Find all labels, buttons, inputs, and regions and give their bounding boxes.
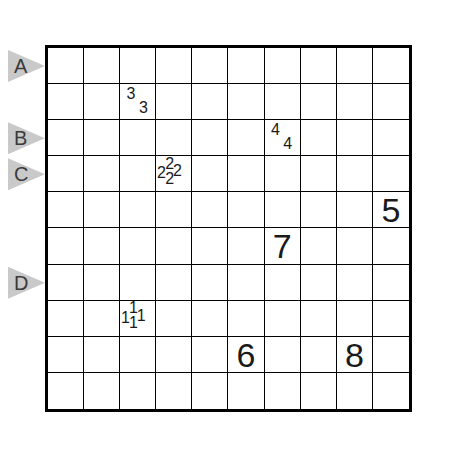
cell-r4c3[interactable] (120, 156, 156, 192)
cell-r8c1[interactable] (48, 301, 84, 337)
cell-r3c9[interactable] (337, 120, 373, 156)
clue-digit-small: 3 (139, 100, 148, 116)
cell-r5c3[interactable] (120, 192, 156, 228)
cell-r1c6[interactable] (228, 48, 264, 84)
cell-r9c1[interactable] (48, 337, 84, 373)
cell-r7c2[interactable] (84, 265, 120, 301)
cell-r5c10[interactable]: 5 (373, 192, 409, 228)
cell-r3c7[interactable]: 44 (265, 120, 301, 156)
cell-r8c10[interactable] (373, 301, 409, 337)
cell-r1c3[interactable] (120, 48, 156, 84)
cell-r2c3[interactable]: 33 (120, 84, 156, 120)
cell-r1c8[interactable] (301, 48, 337, 84)
clue-digit-small: 4 (271, 122, 280, 138)
cell-r9c2[interactable] (84, 337, 120, 373)
cell-r1c2[interactable] (84, 48, 120, 84)
cell-r6c1[interactable] (48, 228, 84, 264)
cell-r8c2[interactable] (84, 301, 120, 337)
row-marker-label: B (14, 128, 27, 148)
cell-r2c6[interactable] (228, 84, 264, 120)
cell-r6c4[interactable] (156, 228, 192, 264)
cell-r4c2[interactable] (84, 156, 120, 192)
cell-r3c10[interactable] (373, 120, 409, 156)
cell-r7c7[interactable] (265, 265, 301, 301)
row-marker-label: A (14, 56, 27, 76)
cell-r10c9[interactable] (337, 373, 373, 409)
cell-r10c1[interactable] (48, 373, 84, 409)
cell-r7c5[interactable] (192, 265, 228, 301)
cell-r8c7[interactable] (265, 301, 301, 337)
cell-r7c8[interactable] (301, 265, 337, 301)
cell-r8c5[interactable] (192, 301, 228, 337)
cell-r6c6[interactable] (228, 228, 264, 264)
cell-r8c6[interactable] (228, 301, 264, 337)
cell-r7c3[interactable] (120, 265, 156, 301)
cell-r9c3[interactable] (120, 337, 156, 373)
cell-r2c10[interactable] (373, 84, 409, 120)
cell-r2c7[interactable] (265, 84, 301, 120)
cell-r8c3[interactable]: 1111 (120, 301, 156, 337)
cell-r3c8[interactable] (301, 120, 337, 156)
cell-r6c10[interactable] (373, 228, 409, 264)
clue-digit-small: 1 (129, 315, 138, 331)
row-marker-d-arrow-icon: D (8, 267, 45, 299)
cell-r9c4[interactable] (156, 337, 192, 373)
cell-r6c2[interactable] (84, 228, 120, 264)
cell-r4c6[interactable] (228, 156, 264, 192)
puzzle-page: 3344222257111168 ABCD (0, 0, 455, 459)
cell-r10c5[interactable] (192, 373, 228, 409)
cell-r5c4[interactable] (156, 192, 192, 228)
cell-r1c1[interactable] (48, 48, 84, 84)
cell-r2c1[interactable] (48, 84, 84, 120)
cell-r9c9[interactable]: 8 (337, 337, 373, 373)
cell-r10c4[interactable] (156, 373, 192, 409)
cell-r6c9[interactable] (337, 228, 373, 264)
row-marker-label: C (14, 164, 28, 184)
clue-digit-small: 4 (283, 136, 292, 152)
cell-r9c5[interactable] (192, 337, 228, 373)
cell-r10c6[interactable] (228, 373, 264, 409)
cell-r4c1[interactable] (48, 156, 84, 192)
cell-r4c8[interactable] (301, 156, 337, 192)
cell-r1c4[interactable] (156, 48, 192, 84)
cell-r1c7[interactable] (265, 48, 301, 84)
clue-digit-small: 2 (173, 163, 182, 179)
cell-r6c3[interactable] (120, 228, 156, 264)
puzzle-grid: 3344222257111168 (45, 45, 412, 412)
cell-r6c8[interactable] (301, 228, 337, 264)
cell-r7c10[interactable] (373, 265, 409, 301)
cell-r6c5[interactable] (192, 228, 228, 264)
cell-r1c5[interactable] (192, 48, 228, 84)
cell-r4c5[interactable] (192, 156, 228, 192)
clue-digit-large: 7 (273, 229, 292, 263)
cell-r9c7[interactable] (265, 337, 301, 373)
cell-r7c6[interactable] (228, 265, 264, 301)
cell-r5c6[interactable] (228, 192, 264, 228)
row-marker-label: D (14, 273, 28, 293)
cell-r8c4[interactable] (156, 301, 192, 337)
clue-digit-small: 1 (137, 308, 146, 324)
clue-digit-large: 6 (237, 338, 256, 372)
cell-r10c8[interactable] (301, 373, 337, 409)
cell-r6c7[interactable]: 7 (265, 228, 301, 264)
row-marker-a-arrow-icon: A (8, 50, 45, 82)
cell-r4c9[interactable] (337, 156, 373, 192)
clue-digit-small: 3 (127, 86, 136, 102)
cell-r3c4[interactable] (156, 120, 192, 156)
cell-r9c10[interactable] (373, 337, 409, 373)
cell-r5c9[interactable] (337, 192, 373, 228)
cell-r5c2[interactable] (84, 192, 120, 228)
cell-r9c6[interactable]: 6 (228, 337, 264, 373)
cell-r2c4[interactable] (156, 84, 192, 120)
cell-r9c8[interactable] (301, 337, 337, 373)
row-marker-b-arrow-icon: B (8, 122, 45, 154)
clue-digit-small: 2 (165, 171, 174, 187)
cell-r10c10[interactable] (373, 373, 409, 409)
cell-r3c2[interactable] (84, 120, 120, 156)
cell-r2c2[interactable] (84, 84, 120, 120)
cell-r10c2[interactable] (84, 373, 120, 409)
cell-r7c4[interactable] (156, 265, 192, 301)
cell-r10c3[interactable] (120, 373, 156, 409)
cell-r7c9[interactable] (337, 265, 373, 301)
cell-r5c1[interactable] (48, 192, 84, 228)
row-marker-c-arrow-icon: C (8, 158, 45, 190)
cell-r2c8[interactable] (301, 84, 337, 120)
cell-r8c9[interactable] (337, 301, 373, 337)
cell-r3c6[interactable] (228, 120, 264, 156)
cell-r1c10[interactable] (373, 48, 409, 84)
cell-r3c5[interactable] (192, 120, 228, 156)
cell-r7c1[interactable] (48, 265, 84, 301)
cell-r3c1[interactable] (48, 120, 84, 156)
cell-r2c9[interactable] (337, 84, 373, 120)
cell-r2c5[interactable] (192, 84, 228, 120)
cell-r8c8[interactable] (301, 301, 337, 337)
cell-r1c9[interactable] (337, 48, 373, 84)
clue-digit-large: 5 (381, 193, 400, 227)
cell-r4c7[interactable] (265, 156, 301, 192)
cell-r10c7[interactable] (265, 373, 301, 409)
cell-r5c5[interactable] (192, 192, 228, 228)
clue-digit-large: 8 (345, 338, 364, 372)
cell-r4c10[interactable] (373, 156, 409, 192)
cell-r4c4[interactable]: 2222 (156, 156, 192, 192)
cell-r3c3[interactable] (120, 120, 156, 156)
cell-r5c7[interactable] (265, 192, 301, 228)
cell-r5c8[interactable] (301, 192, 337, 228)
